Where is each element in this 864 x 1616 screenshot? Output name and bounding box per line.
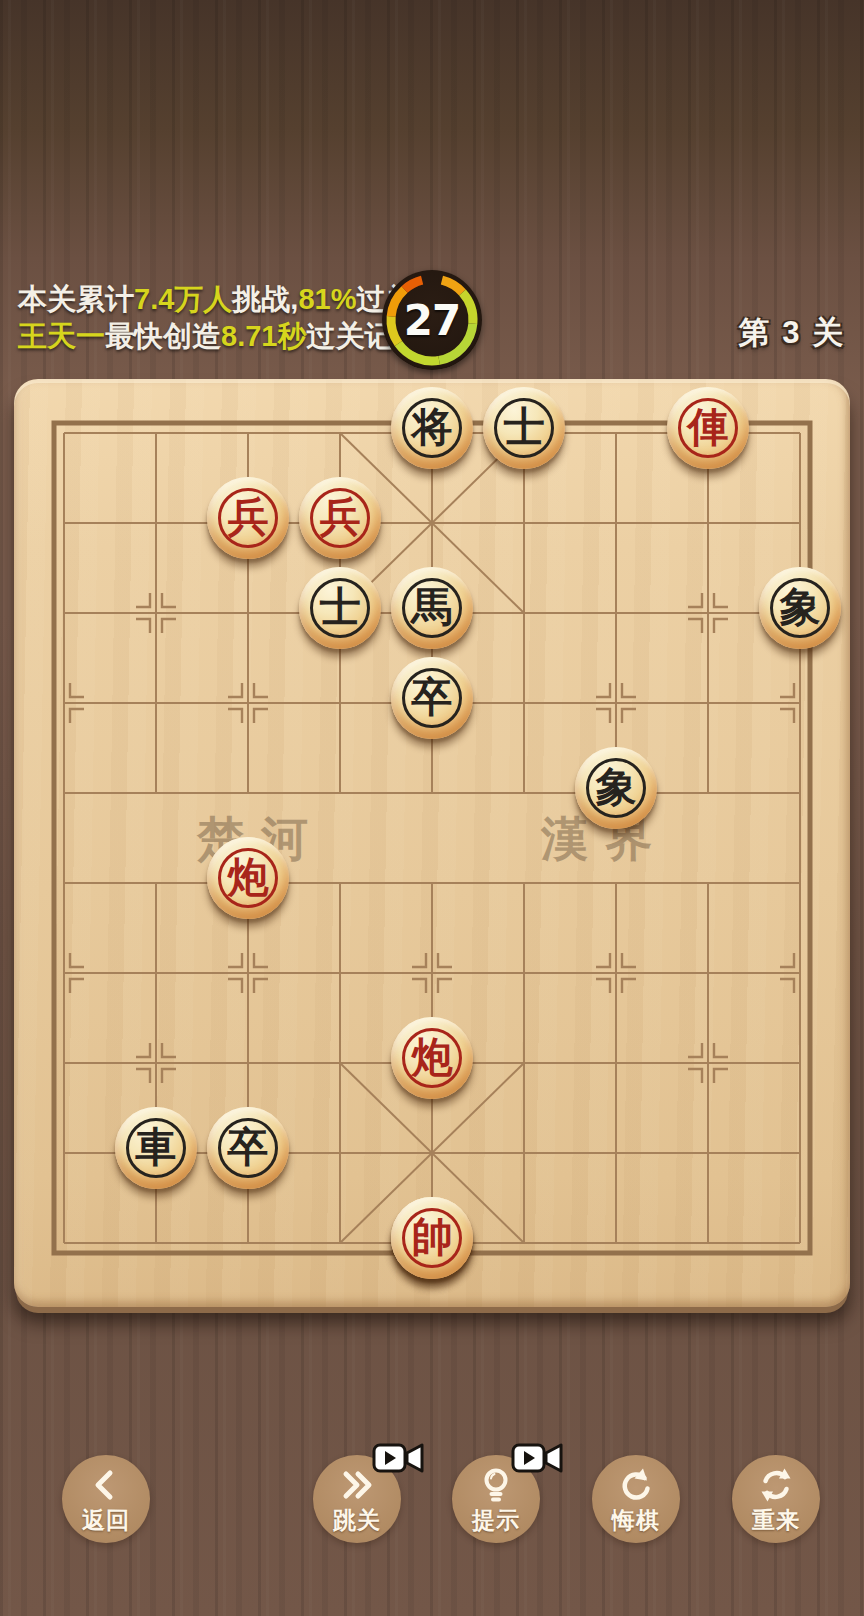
piece-black-horse[interactable]: 馬 [391, 567, 473, 649]
piece-glyph: 炮 [412, 1037, 453, 1078]
piece-black-elephant[interactable]: 象 [759, 567, 841, 649]
piece-ring: 士 [310, 578, 370, 638]
piece-ring: 俥 [678, 398, 738, 458]
skip-level-button[interactable]: 跳关 [313, 1455, 401, 1543]
countdown-timer: 27 [382, 270, 482, 370]
back-button[interactable]: 返回 [62, 1455, 150, 1543]
piece-black-advisor[interactable]: 士 [299, 567, 381, 649]
piece-glyph: 兵 [228, 497, 269, 538]
piece-glyph: 卒 [228, 1127, 269, 1168]
video-camera-icon [509, 1436, 567, 1480]
piece-glyph: 士 [504, 407, 545, 448]
piece-ring: 象 [770, 578, 830, 638]
undo-move-button[interactable]: 悔棋 [592, 1455, 680, 1543]
piece-black-elephant[interactable]: 象 [575, 747, 657, 829]
piece-ring: 卒 [218, 1118, 278, 1178]
piece-red-soldier[interactable]: 兵 [207, 477, 289, 559]
piece-glyph: 象 [780, 587, 821, 628]
timer-seconds: 27 [382, 270, 482, 370]
piece-red-cannon[interactable]: 炮 [207, 837, 289, 919]
piece-ring: 卒 [402, 668, 462, 728]
piece-glyph: 士 [320, 587, 361, 628]
video-camera-icon [370, 1436, 428, 1480]
piece-ring: 兵 [218, 488, 278, 548]
piece-black-soldier[interactable]: 卒 [207, 1107, 289, 1189]
level-indicator: 第 3 关 [739, 312, 845, 354]
stats-line-2: 王天一最快创造8.71秒过关记录 [18, 318, 422, 355]
piece-ring: 将 [402, 398, 462, 458]
back-chevron-icon [86, 1465, 126, 1505]
piece-ring: 象 [586, 758, 646, 818]
piece-glyph: 帥 [412, 1217, 453, 1258]
restart-button[interactable]: 重来 [732, 1455, 820, 1543]
piece-ring: 馬 [402, 578, 462, 638]
piece-black-chariot[interactable]: 車 [115, 1107, 197, 1189]
piece-ring: 士 [494, 398, 554, 458]
piece-ring: 兵 [310, 488, 370, 548]
piece-red-chariot[interactable]: 俥 [667, 387, 749, 469]
hint-button[interactable]: 提示 [452, 1455, 540, 1543]
piece-red-soldier[interactable]: 兵 [299, 477, 381, 559]
stats-line-1: 本关累计7.4万人挑战,81%过关 [18, 281, 422, 318]
piece-black-soldier[interactable]: 卒 [391, 657, 473, 739]
piece-ring: 車 [126, 1118, 186, 1178]
piece-red-cannon[interactable]: 炮 [391, 1017, 473, 1099]
xiangqi-board[interactable]: 楚河 漢界 将士俥兵兵士馬象卒象炮炮車卒卒帥 [14, 379, 850, 1307]
restart-arrows-icon [756, 1465, 796, 1505]
piece-glyph: 車 [136, 1127, 177, 1168]
piece-ring: 帥 [402, 1208, 462, 1268]
level-stats: 本关累计7.4万人挑战,81%过关 王天一最快创造8.71秒过关记录 [18, 281, 422, 355]
piece-glyph: 象 [596, 767, 637, 808]
piece-glyph: 馬 [412, 587, 453, 628]
undo-arrow-icon [616, 1465, 656, 1505]
piece-glyph: 卒 [412, 677, 453, 718]
piece-glyph: 俥 [688, 407, 729, 448]
piece-ring: 炮 [218, 848, 278, 908]
piece-ring: 炮 [402, 1028, 462, 1088]
piece-glyph: 将 [412, 407, 453, 448]
piece-glyph: 兵 [320, 497, 361, 538]
piece-black-advisor[interactable]: 士 [483, 387, 565, 469]
piece-red-general[interactable]: 帥 [391, 1197, 473, 1279]
piece-black-general[interactable]: 将 [391, 387, 473, 469]
piece-glyph: 炮 [228, 857, 269, 898]
